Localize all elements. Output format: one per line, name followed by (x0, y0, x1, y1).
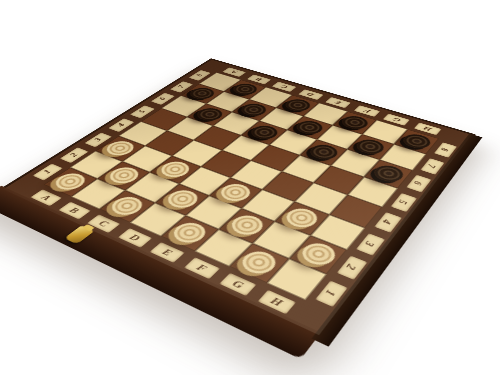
rank-label-text: 3 (92, 137, 104, 142)
board-assembly: ABCDEFGH8877665544332211ABCDEFGH (4, 58, 470, 331)
rank-label-text: 6 (412, 180, 425, 186)
file-label-text: H (422, 125, 433, 132)
file-label-text: G (391, 116, 402, 122)
rank-label-text: 7 (426, 163, 439, 169)
rank-label-text: 6 (157, 97, 168, 101)
rank-label-text: 1 (323, 288, 339, 298)
rank-label-text: 5 (137, 109, 148, 114)
file-label-text: C (97, 219, 112, 228)
file-label-text: D (127, 232, 143, 242)
rank-label-text: 8 (194, 73, 204, 77)
file-label-text: A (230, 70, 240, 75)
file-label-text: C (279, 84, 289, 89)
rank-label-text: 4 (115, 123, 126, 128)
file-label-text: A (39, 193, 53, 201)
rank-label-text: 2 (344, 263, 359, 272)
rank-label-text: 8 (439, 147, 451, 153)
rank-label-text: 3 (363, 240, 378, 248)
file-label-text: F (194, 262, 209, 273)
file-label-text: G (230, 278, 246, 290)
rank-label-text: 5 (397, 199, 411, 206)
rank-label-text: 7 (176, 85, 186, 89)
brass-clasp-icon (64, 225, 94, 244)
file-label-text: D (306, 92, 317, 98)
file-label-text: E (160, 247, 175, 257)
product-photo: ABCDEFGH8877665544332211ABCDEFGH (0, 0, 500, 375)
file-label-text: B (67, 206, 82, 215)
rank-label-text: 4 (381, 218, 395, 225)
rank-label-text: 1 (42, 169, 54, 175)
file-label-text: E (333, 100, 343, 106)
file-label-text: H (268, 295, 285, 308)
rank-label-text: 2 (68, 152, 80, 158)
file-label-text: F (362, 108, 372, 114)
file-label-text: B (254, 77, 264, 82)
